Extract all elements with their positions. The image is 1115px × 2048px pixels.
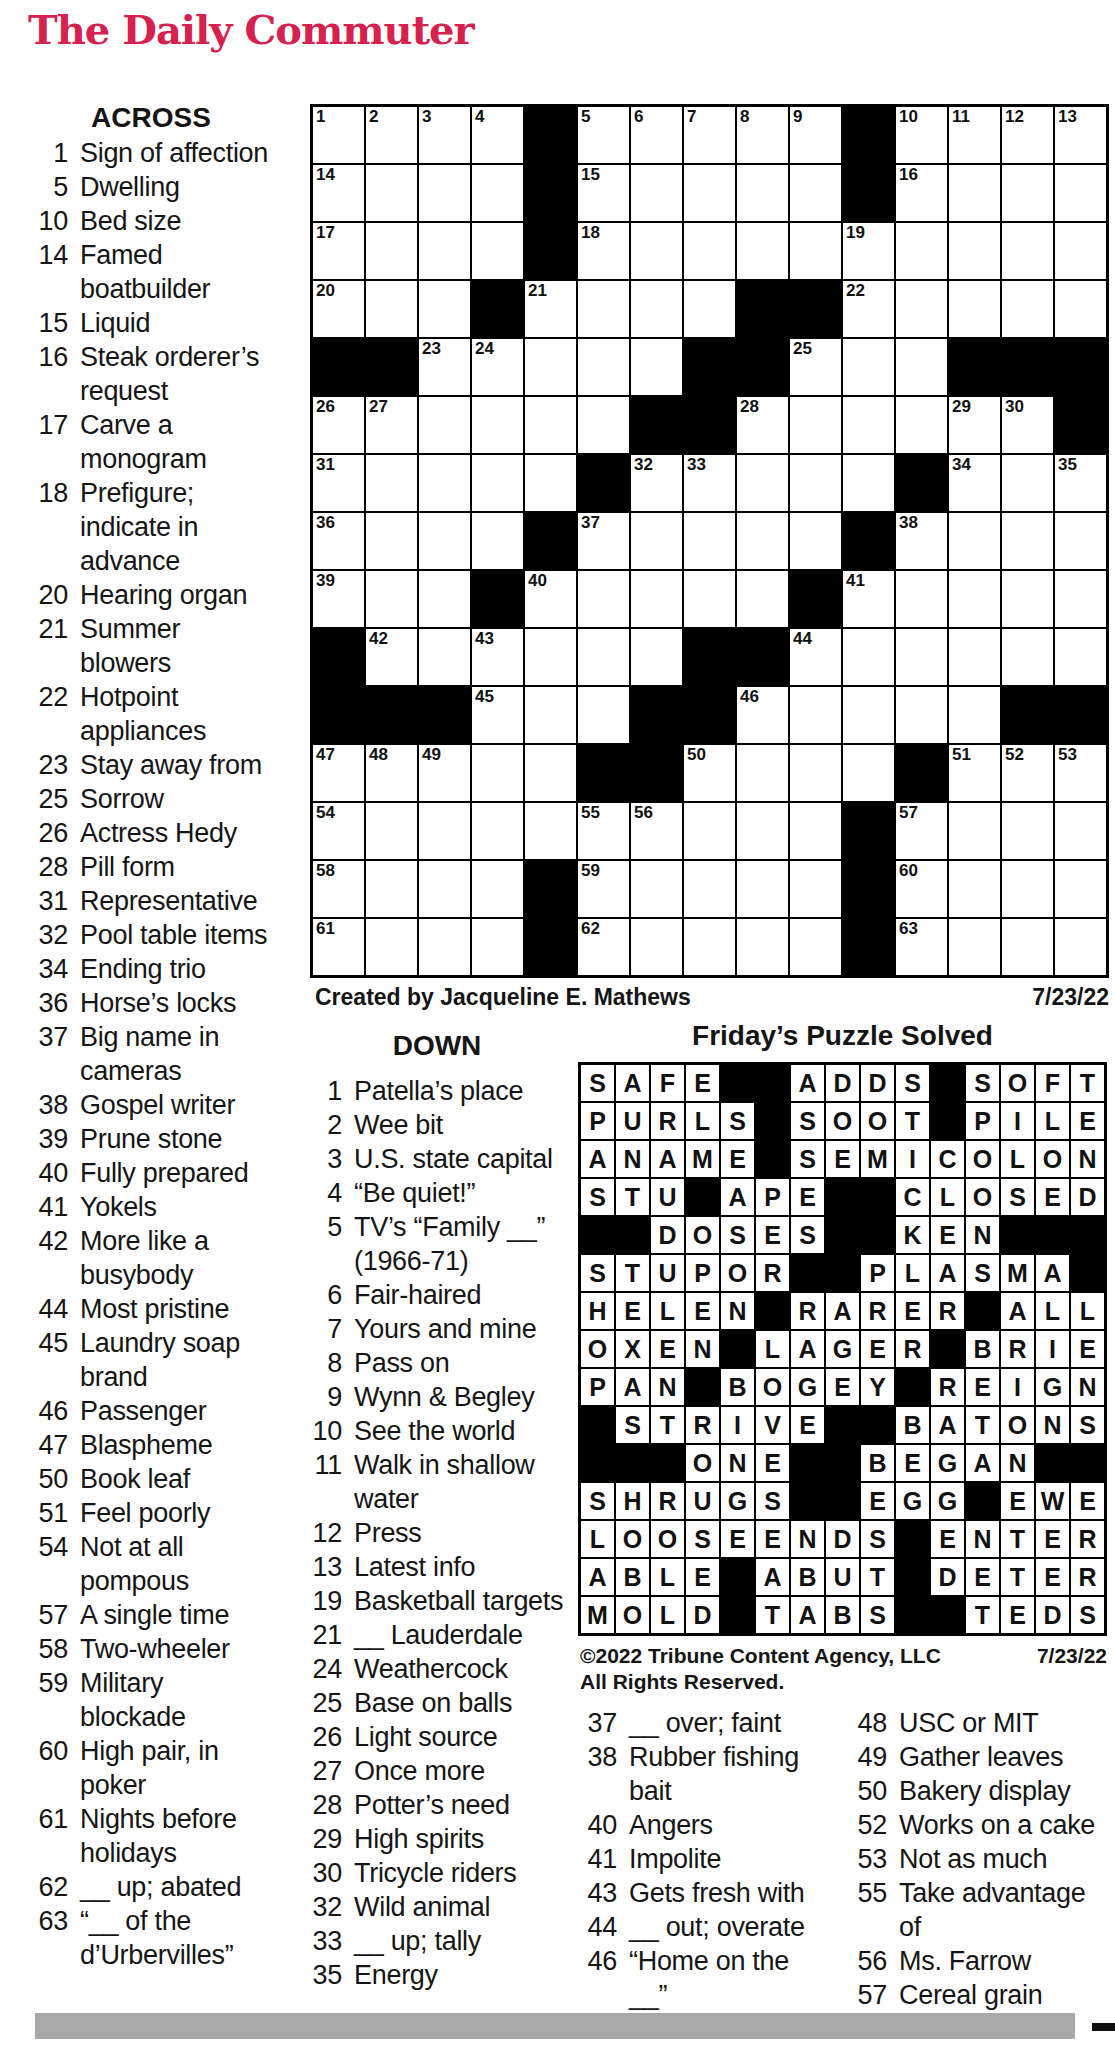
grid-cell[interactable] [525, 803, 576, 859]
grid-cell[interactable] [1002, 281, 1053, 337]
grid-cell: S [581, 1065, 614, 1101]
grid-cell[interactable]: 14 [313, 165, 364, 221]
grid-cell[interactable] [737, 745, 788, 801]
grid-cell[interactable] [472, 165, 523, 221]
grid-cell[interactable]: 44 [790, 629, 841, 685]
cell-letter: S [581, 1065, 614, 1101]
grid-cell[interactable] [366, 455, 417, 511]
block-cell [843, 165, 894, 221]
grid-cell[interactable] [843, 687, 894, 743]
grid-cell[interactable] [1055, 803, 1106, 859]
clue-number: 1 [310, 1074, 342, 1108]
grid-cell[interactable]: 58 [313, 861, 364, 917]
clue-text: Impolite [629, 1842, 829, 1876]
grid-cell[interactable] [896, 281, 947, 337]
clue-text: U.S. state capital [354, 1142, 564, 1176]
grid-cell[interactable]: 29 [949, 397, 1000, 453]
cell-letter: I [896, 1141, 929, 1177]
cell-letter: E [651, 1331, 684, 1367]
grid-cell[interactable] [1002, 919, 1053, 975]
grid-cell[interactable] [949, 513, 1000, 569]
grid-cell: N [686, 1331, 719, 1367]
cell-letter: U [686, 1483, 719, 1519]
grid-cell[interactable] [843, 745, 894, 801]
grid-cell[interactable]: 55 [578, 803, 629, 859]
grid-cell[interactable]: 37 [578, 513, 629, 569]
grid-cell: E [826, 1369, 859, 1405]
grid-cell[interactable] [1055, 571, 1106, 627]
grid-cell[interactable]: 33 [684, 455, 735, 511]
grid-cell[interactable]: 40 [525, 571, 576, 627]
grid-cell: E [896, 1293, 929, 1329]
clue-number: 32 [28, 918, 68, 952]
grid-cell[interactable] [949, 223, 1000, 279]
grid-cell[interactable] [737, 571, 788, 627]
grid-cell[interactable] [949, 861, 1000, 917]
cell-letter: W [1036, 1483, 1069, 1519]
grid-cell[interactable]: 11 [949, 107, 1000, 163]
grid-cell[interactable]: 15 [578, 165, 629, 221]
grid-cell[interactable] [684, 281, 735, 337]
clue-number: 10 [28, 204, 68, 238]
grid-cell[interactable] [843, 339, 894, 395]
cell-number: 48 [369, 746, 388, 764]
grid-cell[interactable] [472, 745, 523, 801]
grid-cell[interactable]: 32 [631, 455, 682, 511]
grid-cell[interactable] [578, 281, 629, 337]
across-clue: 42More like a busybody [28, 1224, 274, 1292]
grid-cell[interactable] [366, 281, 417, 337]
grid-cell[interactable] [366, 223, 417, 279]
grid-cell[interactable] [419, 281, 470, 337]
grid-cell[interactable] [737, 513, 788, 569]
grid-cell[interactable]: 36 [313, 513, 364, 569]
grid-cell[interactable]: 17 [313, 223, 364, 279]
grid-cell[interactable] [366, 803, 417, 859]
grid-cell[interactable] [472, 397, 523, 453]
grid-cell[interactable] [1002, 571, 1053, 627]
grid-cell[interactable] [419, 223, 470, 279]
grid-cell[interactable]: 57 [896, 803, 947, 859]
grid-cell[interactable] [896, 629, 947, 685]
cell-letter: X [616, 1331, 649, 1367]
grid-cell: N [721, 1445, 754, 1481]
grid-cell[interactable]: 21 [525, 281, 576, 337]
block-cell [826, 1179, 859, 1215]
grid-cell[interactable] [737, 455, 788, 511]
grid-cell[interactable] [578, 339, 629, 395]
grid-cell[interactable]: 5 [578, 107, 629, 163]
grid-cell[interactable] [578, 687, 629, 743]
grid-cell[interactable]: 28 [737, 397, 788, 453]
grid-cell[interactable] [790, 687, 841, 743]
clue-number: 8 [310, 1346, 342, 1380]
down-clue: 1Patella’s place [310, 1074, 564, 1108]
grid-cell[interactable] [472, 803, 523, 859]
clue-text: Cereal grain [899, 1978, 1099, 2012]
cell-letter: G [791, 1369, 824, 1405]
grid-cell[interactable]: 52 [1002, 745, 1053, 801]
grid-cell[interactable] [949, 629, 1000, 685]
grid-cell[interactable] [631, 919, 682, 975]
grid-cell[interactable]: 31 [313, 455, 364, 511]
grid-cell[interactable]: 62 [578, 919, 629, 975]
clue-number: 59 [28, 1666, 68, 1734]
grid-cell[interactable] [843, 397, 894, 453]
grid-cell[interactable]: 2 [366, 107, 417, 163]
grid-cell[interactable] [419, 571, 470, 627]
grid-cell[interactable] [578, 571, 629, 627]
clue-number: 17 [28, 408, 68, 476]
cell-letter: N [1001, 1445, 1034, 1481]
grid-cell[interactable]: 51 [949, 745, 1000, 801]
grid-cell[interactable]: 9 [790, 107, 841, 163]
cell-number: 54 [316, 804, 335, 822]
grid-cell[interactable] [419, 919, 470, 975]
clue-number: 30 [310, 1856, 342, 1890]
grid-cell[interactable]: 50 [684, 745, 735, 801]
grid-cell[interactable]: 38 [896, 513, 947, 569]
block-cell [721, 1597, 754, 1633]
grid-cell: B [616, 1559, 649, 1595]
cell-letter: U [651, 1179, 684, 1215]
block-cell [949, 339, 1000, 395]
grid-cell[interactable] [790, 919, 841, 975]
grid-cell[interactable]: 48 [366, 745, 417, 801]
grid-cell[interactable] [472, 919, 523, 975]
grid-cell[interactable] [366, 861, 417, 917]
clue-number: 4 [310, 1176, 342, 1210]
grid-cell[interactable] [790, 455, 841, 511]
grid-cell: T [1001, 1559, 1034, 1595]
across-clue: 45Laundry soap brand [28, 1326, 274, 1394]
grid-cell[interactable]: 7 [684, 107, 735, 163]
grid-cell[interactable]: 54 [313, 803, 364, 859]
across-clue: 61Nights before holidays [28, 1802, 274, 1870]
grid-cell[interactable]: 6 [631, 107, 682, 163]
cell-letter: T [756, 1597, 789, 1633]
grid-cell[interactable]: 23 [419, 339, 470, 395]
grid-cell[interactable] [419, 513, 470, 569]
cell-letter: V [756, 1407, 789, 1443]
grid-cell[interactable] [631, 165, 682, 221]
clue-number: 12 [310, 1516, 342, 1550]
clue-number: 26 [28, 816, 68, 850]
grid-cell[interactable] [737, 861, 788, 917]
grid-cell: E [686, 1293, 719, 1329]
grid-cell[interactable] [419, 803, 470, 859]
grid-cell[interactable] [631, 571, 682, 627]
grid-cell[interactable] [1055, 281, 1106, 337]
grid-cell[interactable] [896, 223, 947, 279]
grid-cell[interactable]: 24 [472, 339, 523, 395]
across-clue: 58Two-wheeler [28, 1632, 274, 1666]
grid-cell[interactable] [1055, 919, 1106, 975]
grid-cell[interactable] [843, 629, 894, 685]
grid-cell[interactable] [631, 223, 682, 279]
cell-letter: E [686, 1559, 719, 1595]
grid-cell[interactable] [1002, 803, 1053, 859]
grid-cell[interactable] [1002, 223, 1053, 279]
grid-cell[interactable]: 27 [366, 397, 417, 453]
grid-cell: S [1071, 1597, 1104, 1633]
grid-cell[interactable]: 59 [578, 861, 629, 917]
block-cell [525, 107, 576, 163]
grid-cell[interactable]: 46 [737, 687, 788, 743]
grid-cell[interactable]: 25 [790, 339, 841, 395]
block-cell [581, 1217, 614, 1253]
grid-cell: S [1071, 1407, 1104, 1443]
cell-letter: L [651, 1597, 684, 1633]
grid-cell[interactable] [896, 339, 947, 395]
page-corner-mark [1092, 2023, 1115, 2031]
across-clue: 62__ up; abated [28, 1870, 274, 1904]
cell-letter: S [721, 1103, 754, 1139]
grid-cell[interactable]: 4 [472, 107, 523, 163]
down-clue: 29High spirits [310, 1822, 564, 1856]
grid-cell[interactable]: 10 [896, 107, 947, 163]
grid-cell: L [686, 1103, 719, 1139]
grid-cell[interactable] [472, 513, 523, 569]
cell-letter: E [756, 1445, 789, 1481]
grid-cell[interactable] [949, 571, 1000, 627]
clue-number: 15 [28, 306, 68, 340]
block-cell [756, 1065, 789, 1101]
grid-cell: G [791, 1369, 824, 1405]
across-clue: 26Actress Hedy [28, 816, 274, 850]
grid-cell[interactable]: 41 [843, 571, 894, 627]
grid-cell[interactable] [1055, 513, 1106, 569]
grid-cell[interactable] [419, 165, 470, 221]
block-cell [737, 281, 788, 337]
grid-cell[interactable] [790, 223, 841, 279]
grid-cell[interactable]: 12 [1002, 107, 1053, 163]
grid-cell[interactable] [525, 455, 576, 511]
grid-cell[interactable]: 60 [896, 861, 947, 917]
grid-cell[interactable]: 13 [1055, 107, 1106, 163]
grid-cell[interactable] [472, 455, 523, 511]
grid-cell[interactable]: 39 [313, 571, 364, 627]
grid-cell[interactable] [1002, 513, 1053, 569]
across-clue: 22Hotpoint appliances [28, 680, 274, 748]
block-cell [843, 861, 894, 917]
grid-cell: E [966, 1369, 999, 1405]
grid-cell[interactable] [1055, 629, 1106, 685]
grid-cell: A [1001, 1293, 1034, 1329]
grid-cell[interactable] [419, 455, 470, 511]
cell-letter: S [1071, 1407, 1104, 1443]
cell-letter: I [1001, 1369, 1034, 1405]
cell-letter: A [791, 1597, 824, 1633]
grid-cell[interactable]: 53 [1055, 745, 1106, 801]
grid-cell[interactable] [790, 165, 841, 221]
grid-cell[interactable] [578, 629, 629, 685]
grid-cell[interactable] [684, 803, 735, 859]
grid-cell[interactable] [525, 745, 576, 801]
grid-cell[interactable] [949, 687, 1000, 743]
cell-number: 19 [846, 224, 865, 242]
grid-cell[interactable] [631, 513, 682, 569]
block-cell [843, 919, 894, 975]
cell-number: 31 [316, 456, 335, 474]
grid-cell[interactable]: 63 [896, 919, 947, 975]
grid-cell[interactable] [684, 223, 735, 279]
grid-cell[interactable] [737, 803, 788, 859]
down-clue: 2Wee bit [310, 1108, 564, 1142]
block-cell [684, 339, 735, 395]
down-clue: 5TV’s “Family __” (1966-71) [310, 1210, 564, 1278]
grid-cell: S [616, 1407, 649, 1443]
grid-cell[interactable] [631, 861, 682, 917]
across-clue: 10Bed size [28, 204, 274, 238]
cell-letter: D [686, 1597, 719, 1633]
down-clue: 40Angers [585, 1808, 829, 1842]
grid-cell[interactable] [366, 165, 417, 221]
cell-number: 30 [1005, 398, 1024, 416]
grid-cell: E [686, 1065, 719, 1101]
cell-letter: I [1036, 1331, 1069, 1367]
grid-cell[interactable] [949, 281, 1000, 337]
grid-cell[interactable]: 8 [737, 107, 788, 163]
grid-cell[interactable] [631, 629, 682, 685]
grid-cell[interactable] [525, 629, 576, 685]
grid-cell[interactable] [1055, 223, 1106, 279]
grid-cell: E [861, 1331, 894, 1367]
grid-cell[interactable] [1002, 629, 1053, 685]
grid-cell[interactable]: 49 [419, 745, 470, 801]
clue-number: 38 [28, 1088, 68, 1122]
clue-text: Gets fresh with [629, 1876, 829, 1910]
grid-cell[interactable]: 3 [419, 107, 470, 163]
grid-cell[interactable] [790, 397, 841, 453]
grid-cell[interactable]: 45 [472, 687, 523, 743]
clue-text: __ up; abated [80, 1870, 274, 1904]
down-header: DOWN [310, 1028, 564, 1064]
grid-cell[interactable] [472, 861, 523, 917]
grid-cell[interactable] [366, 919, 417, 975]
grid-cell[interactable]: 20 [313, 281, 364, 337]
cell-letter: S [1071, 1597, 1104, 1633]
grid-cell[interactable] [525, 339, 576, 395]
grid-cell[interactable] [525, 687, 576, 743]
cell-letter: H [581, 1293, 614, 1329]
grid-cell[interactable]: 42 [366, 629, 417, 685]
grid-cell[interactable] [896, 687, 947, 743]
grid-cell[interactable] [949, 919, 1000, 975]
grid-cell[interactable] [896, 397, 947, 453]
grid-cell: A [1036, 1255, 1069, 1291]
grid-cell: E [651, 1331, 684, 1367]
grid-cell[interactable] [1002, 455, 1053, 511]
cell-letter: S [791, 1217, 824, 1253]
grid-cell[interactable] [790, 803, 841, 859]
cell-letter: A [931, 1407, 964, 1443]
grid-cell[interactable] [790, 745, 841, 801]
cell-letter: A [826, 1293, 859, 1329]
clue-text: “__ of the d’Urbervilles” [80, 1904, 274, 1972]
grid-cell: L [651, 1559, 684, 1595]
grid-cell[interactable]: 56 [631, 803, 682, 859]
grid-cell[interactable] [843, 455, 894, 511]
grid-cell: O [721, 1255, 754, 1291]
cell-letter: T [1001, 1521, 1034, 1557]
grid-cell[interactable] [472, 223, 523, 279]
byline: Created by Jacqueline E. Mathews [315, 984, 691, 1011]
block-cell [684, 687, 735, 743]
grid-cell[interactable] [366, 571, 417, 627]
grid-cell[interactable] [578, 397, 629, 453]
across-clue: 57A single time [28, 1598, 274, 1632]
grid-cell[interactable] [949, 803, 1000, 859]
cell-letter: P [686, 1255, 719, 1291]
grid-cell[interactable] [684, 861, 735, 917]
grid-cell[interactable]: 30 [1002, 397, 1053, 453]
grid-cell[interactable] [631, 339, 682, 395]
grid-cell: N [1071, 1369, 1104, 1405]
grid-cell[interactable] [419, 397, 470, 453]
block-cell [826, 1483, 859, 1519]
grid-cell[interactable] [790, 513, 841, 569]
grid-cell[interactable] [737, 165, 788, 221]
down-clue: 43Gets fresh with [585, 1876, 829, 1910]
grid-cell[interactable]: 47 [313, 745, 364, 801]
grid-cell[interactable] [525, 397, 576, 453]
grid-cell[interactable] [684, 165, 735, 221]
grid-cell[interactable]: 16 [896, 165, 947, 221]
grid-cell[interactable] [896, 571, 947, 627]
page-title: The Daily Commuter [28, 6, 474, 53]
cell-letter: D [1036, 1597, 1069, 1633]
copyright-line: ©2022 Tribune Content Agency, LLC [580, 1643, 941, 1669]
grid-cell[interactable]: 19 [843, 223, 894, 279]
cell-number: 24 [475, 340, 494, 358]
cell-letter: P [966, 1103, 999, 1139]
grid-cell: D [826, 1521, 859, 1557]
grid-cell[interactable]: 1 [313, 107, 364, 163]
grid-cell[interactable] [737, 919, 788, 975]
grid-cell[interactable] [366, 513, 417, 569]
grid-cell[interactable]: 26 [313, 397, 364, 453]
grid-cell[interactable] [1002, 861, 1053, 917]
block-cell [721, 1065, 754, 1101]
clue-number: 3 [310, 1142, 342, 1176]
grid-cell[interactable]: 18 [578, 223, 629, 279]
grid-cell[interactable]: 35 [1055, 455, 1106, 511]
grid-cell[interactable]: 22 [843, 281, 894, 337]
grid-cell[interactable]: 43 [472, 629, 523, 685]
grid-cell[interactable] [419, 629, 470, 685]
grid-cell[interactable] [790, 861, 841, 917]
grid-cell[interactable] [684, 919, 735, 975]
grid-cell[interactable] [631, 281, 682, 337]
clue-text: Wee bit [354, 1108, 564, 1142]
grid-cell[interactable] [419, 861, 470, 917]
grid-cell[interactable] [684, 571, 735, 627]
grid-cell[interactable] [1055, 165, 1106, 221]
cell-letter: A [581, 1559, 614, 1595]
grid-cell[interactable] [1055, 861, 1106, 917]
grid-cell[interactable] [684, 513, 735, 569]
grid-cell[interactable]: 61 [313, 919, 364, 975]
grid-cell: S [791, 1103, 824, 1139]
grid-cell[interactable] [949, 165, 1000, 221]
grid-cell[interactable] [1002, 165, 1053, 221]
grid-cell: E [756, 1217, 789, 1253]
clue-text: Representative [80, 884, 274, 918]
grid-cell[interactable] [737, 223, 788, 279]
grid-cell[interactable]: 34 [949, 455, 1000, 511]
cell-letter: O [581, 1331, 614, 1367]
